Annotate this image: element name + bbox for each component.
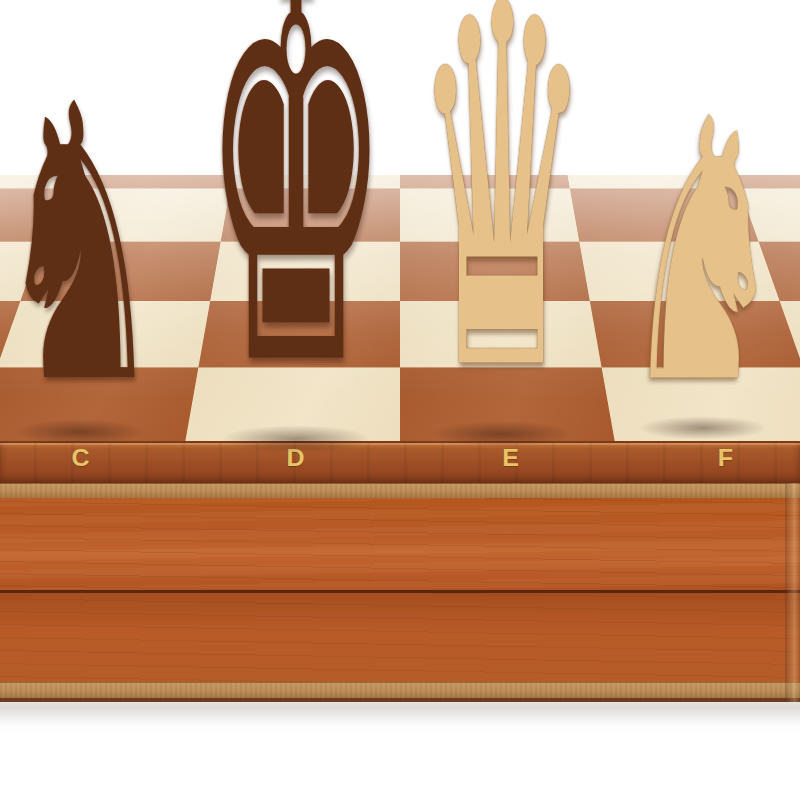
square-c5 (60, 175, 238, 188)
box-lower-face (0, 593, 800, 682)
square-f4 (570, 188, 759, 241)
piece-shadow-d1 (221, 425, 371, 453)
box-right-corner (785, 483, 800, 702)
board-plane (0, 175, 800, 443)
box-upper-face (0, 498, 800, 590)
chess-box-photo: C D E F ♞ ♚ ♛ ♞ (0, 0, 800, 800)
file-label-f: F (718, 447, 734, 470)
square-c2 (0, 301, 210, 368)
box-top-bevel (0, 483, 800, 499)
square-e2 (400, 301, 602, 368)
square-e3 (400, 242, 590, 301)
box-front (0, 483, 800, 703)
square-d2 (198, 301, 400, 368)
file-label-c: C (71, 447, 90, 470)
rim-wood-grain (0, 443, 800, 485)
piece-shadow-c1 (15, 419, 145, 445)
piece-shadow-f1 (638, 416, 768, 440)
square-e4 (400, 188, 579, 241)
square-d4 (221, 188, 400, 241)
square-e5 (400, 175, 570, 188)
board-rim: C D E F (0, 441, 800, 485)
board-area (0, 175, 800, 443)
square-c4 (41, 188, 230, 241)
box-floor-shadow (0, 702, 800, 728)
square-d3 (210, 242, 400, 301)
square-d5 (230, 175, 400, 188)
file-label-e: E (502, 447, 520, 470)
square-f2 (590, 301, 800, 368)
box-bottom-bevel (0, 682, 800, 699)
square-c3 (20, 242, 220, 301)
piece-shadow-e1 (432, 421, 572, 447)
square-f5 (561, 175, 739, 188)
square-f3 (579, 242, 779, 301)
